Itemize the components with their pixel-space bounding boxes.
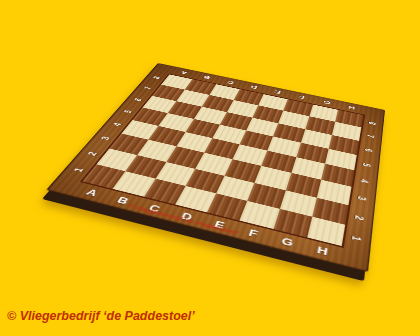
photo-background: ABCDEFGH ABCDEFGH 87654321 87654321 © Vl… <box>0 0 420 336</box>
caption: © Vliegerbedrijf ‘de Paddestoel’ <box>7 309 195 323</box>
